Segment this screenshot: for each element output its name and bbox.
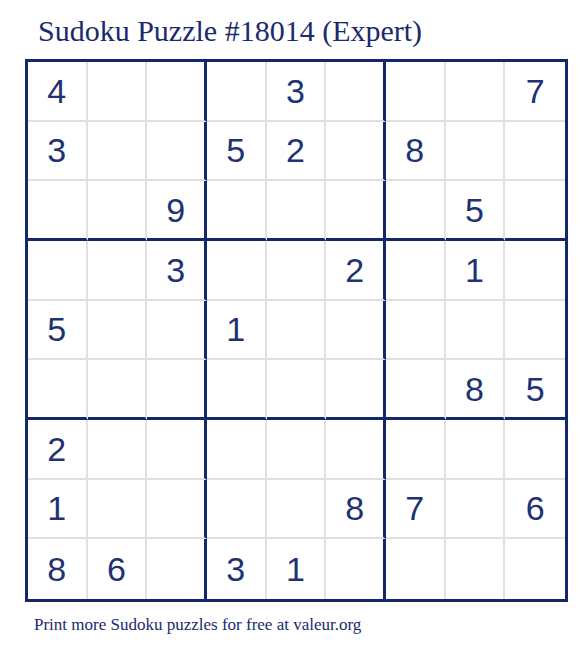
cell-r5c6[interactable] [326,301,386,361]
cell-r9c1: 8 [28,539,88,599]
cell-r4c9[interactable] [505,241,565,301]
cell-r7c8[interactable] [446,420,506,480]
cell-r8c7: 7 [386,480,446,540]
cell-r1c3[interactable] [147,62,207,122]
cell-r8c9: 6 [505,480,565,540]
cell-r2c1: 3 [28,122,88,182]
cell-r6c1[interactable] [28,360,88,420]
cell-r5c2[interactable] [88,301,148,361]
cell-r6c7[interactable] [386,360,446,420]
cell-r5c8[interactable] [446,301,506,361]
cell-r2c4: 5 [207,122,267,182]
cell-r1c2[interactable] [88,62,148,122]
cell-r4c1[interactable] [28,241,88,301]
cell-r4c2[interactable] [88,241,148,301]
cell-r2c8[interactable] [446,122,506,182]
cell-r9c2: 6 [88,539,148,599]
cell-r3c2[interactable] [88,181,148,241]
cell-r9c9[interactable] [505,539,565,599]
cell-r5c5[interactable] [267,301,327,361]
cell-r5c3[interactable] [147,301,207,361]
cell-r9c6[interactable] [326,539,386,599]
cell-r4c3: 3 [147,241,207,301]
cell-r3c7[interactable] [386,181,446,241]
cell-r4c5[interactable] [267,241,327,301]
cell-r2c6[interactable] [326,122,386,182]
cell-r6c6[interactable] [326,360,386,420]
cell-r1c4[interactable] [207,62,267,122]
cell-r1c9: 7 [505,62,565,122]
cell-r7c1: 2 [28,420,88,480]
cell-r6c9: 5 [505,360,565,420]
cell-r8c1: 1 [28,480,88,540]
cell-r6c3[interactable] [147,360,207,420]
cell-r5c7[interactable] [386,301,446,361]
cell-r7c6[interactable] [326,420,386,480]
cell-r7c3[interactable] [147,420,207,480]
cell-r5c1: 5 [28,301,88,361]
cell-r6c2[interactable] [88,360,148,420]
cell-r7c9[interactable] [505,420,565,480]
cell-r4c6: 2 [326,241,386,301]
cell-r1c7[interactable] [386,62,446,122]
cell-r6c4[interactable] [207,360,267,420]
cell-r2c5: 2 [267,122,327,182]
cell-r3c3: 9 [147,181,207,241]
cell-r4c8: 1 [446,241,506,301]
page-title: Sudoku Puzzle #18014 (Expert) [38,14,580,48]
cell-r3c9[interactable] [505,181,565,241]
cell-r2c3[interactable] [147,122,207,182]
cell-r4c4[interactable] [207,241,267,301]
cell-r7c2[interactable] [88,420,148,480]
cell-r5c4: 1 [207,301,267,361]
cell-r3c6[interactable] [326,181,386,241]
cell-r9c5: 1 [267,539,327,599]
cell-r8c8[interactable] [446,480,506,540]
cell-r2c9[interactable] [505,122,565,182]
cell-r8c5[interactable] [267,480,327,540]
cell-r1c6[interactable] [326,62,386,122]
cell-r9c7[interactable] [386,539,446,599]
cell-r2c7: 8 [386,122,446,182]
cell-r8c2[interactable] [88,480,148,540]
cell-r3c4[interactable] [207,181,267,241]
footer-text: Print more Sudoku puzzles for free at va… [34,615,580,635]
cell-r9c3[interactable] [147,539,207,599]
cell-r1c5: 3 [267,62,327,122]
cell-r1c8[interactable] [446,62,506,122]
cell-r3c5[interactable] [267,181,327,241]
cell-r8c4[interactable] [207,480,267,540]
cell-r8c3[interactable] [147,480,207,540]
cell-r5c9[interactable] [505,301,565,361]
cell-r7c5[interactable] [267,420,327,480]
cell-r9c4: 3 [207,539,267,599]
cell-r3c8: 5 [446,181,506,241]
cell-r6c8: 8 [446,360,506,420]
cell-r7c4[interactable] [207,420,267,480]
cell-r7c7[interactable] [386,420,446,480]
cell-r6c5[interactable] [267,360,327,420]
cell-r4c7[interactable] [386,241,446,301]
sudoku-board: 4373528953215185218768631 [25,59,568,602]
cell-r3c1[interactable] [28,181,88,241]
cell-r8c6: 8 [326,480,386,540]
cell-r1c1: 4 [28,62,88,122]
cell-r9c8[interactable] [446,539,506,599]
cell-r2c2[interactable] [88,122,148,182]
